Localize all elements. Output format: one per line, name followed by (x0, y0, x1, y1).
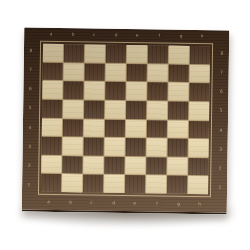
square-b6 (63, 81, 83, 99)
coordinate-label: 2 (28, 164, 31, 168)
coordinate-label: 4 (219, 128, 222, 132)
square-f3 (147, 138, 167, 156)
coordinate-label: d (114, 33, 117, 37)
square-f2 (146, 157, 166, 175)
square-d3 (105, 138, 125, 156)
square-a7 (43, 62, 63, 80)
square-h3 (189, 139, 209, 157)
square-d1 (104, 175, 124, 193)
square-e4 (126, 120, 146, 138)
square-d4 (105, 119, 125, 137)
square-a2 (41, 156, 61, 174)
square-f8 (148, 45, 168, 63)
square-b5 (63, 100, 83, 118)
square-c6 (84, 82, 104, 100)
coordinate-label: b (69, 200, 72, 204)
file-labels-bottom: abcdefgh (38, 196, 211, 210)
square-e1 (125, 175, 145, 193)
square-h6 (189, 83, 209, 101)
coordinate-label: d (112, 201, 115, 205)
square-c7 (85, 63, 105, 81)
square-c3 (84, 138, 104, 156)
square-f5 (147, 101, 167, 119)
coordinate-label: b (71, 32, 74, 36)
square-b1 (62, 174, 82, 192)
square-h2 (188, 158, 208, 176)
rank-labels-right: 87654321 (213, 43, 229, 197)
square-g8 (169, 46, 189, 64)
coordinate-label: c (93, 32, 95, 36)
square-c8 (85, 44, 105, 62)
square-a8 (43, 44, 63, 62)
square-c2 (83, 156, 103, 174)
square-h4 (189, 120, 209, 138)
square-g6 (168, 83, 188, 101)
square-h8 (190, 46, 210, 64)
rank-labels-left: 87654321 (22, 41, 38, 195)
coordinate-label: a (47, 200, 50, 204)
square-b8 (64, 44, 84, 62)
square-a3 (42, 137, 62, 155)
square-b2 (62, 156, 82, 174)
square-b4 (63, 119, 83, 137)
coordinate-label: h (199, 202, 202, 206)
square-h7 (190, 65, 210, 83)
square-f4 (147, 120, 167, 138)
coordinate-label: g (179, 34, 182, 38)
coordinate-label: 1 (219, 186, 222, 190)
coordinate-label: 8 (221, 51, 224, 55)
squares-grid (41, 44, 210, 194)
square-e2 (125, 157, 145, 175)
playing-field-inlay (38, 41, 213, 197)
square-d6 (105, 82, 125, 100)
square-g1 (167, 176, 187, 194)
coordinate-label: 5 (220, 109, 223, 113)
square-h5 (189, 102, 209, 120)
coordinate-label: 6 (220, 89, 223, 93)
square-f6 (147, 83, 167, 101)
square-a6 (42, 81, 62, 99)
coordinate-label: 2 (219, 166, 222, 170)
coordinate-label: h (201, 34, 204, 38)
square-e5 (126, 101, 146, 119)
file-labels-top: abcdefgh (40, 28, 213, 42)
square-g3 (168, 139, 188, 157)
square-a4 (42, 118, 62, 136)
coordinate-label: c (91, 200, 93, 204)
square-c5 (84, 100, 104, 118)
square-e7 (127, 64, 147, 82)
square-a1 (41, 174, 61, 192)
coordinate-label: 7 (29, 67, 32, 71)
square-b7 (64, 63, 84, 81)
square-e8 (127, 45, 147, 63)
coordinate-label: 4 (28, 125, 31, 129)
square-c4 (84, 119, 104, 137)
square-d8 (106, 45, 126, 63)
square-g5 (168, 101, 188, 119)
coordinate-label: g (177, 202, 180, 206)
square-a5 (42, 100, 62, 118)
coordinate-label: f (156, 201, 158, 205)
coordinate-label: 3 (219, 147, 222, 151)
square-d7 (106, 63, 126, 81)
square-h1 (188, 176, 208, 194)
square-d2 (104, 156, 124, 174)
coordinate-label: 1 (28, 183, 31, 187)
square-g4 (168, 120, 188, 138)
square-g2 (167, 157, 187, 175)
square-d5 (105, 101, 125, 119)
scene: abcdefgh abcdefgh 87654321 87654321 (0, 0, 250, 250)
coordinate-label: 3 (28, 144, 31, 148)
square-e6 (126, 82, 146, 100)
chess-board: abcdefgh abcdefgh 87654321 87654321 (22, 28, 230, 215)
square-f7 (148, 64, 168, 82)
coordinate-label: 5 (29, 106, 32, 110)
coordinate-label: 6 (29, 87, 32, 91)
coordinate-label: e (136, 33, 139, 37)
coordinate-label: f (158, 33, 160, 37)
coordinate-label: 7 (220, 70, 223, 74)
coordinate-label: a (50, 32, 53, 36)
square-c1 (83, 175, 103, 193)
square-g7 (169, 64, 189, 82)
coordinate-label: 8 (30, 48, 33, 52)
square-f1 (146, 176, 166, 194)
square-b3 (63, 137, 83, 155)
coordinate-label: e (134, 201, 137, 205)
square-e3 (126, 138, 146, 156)
